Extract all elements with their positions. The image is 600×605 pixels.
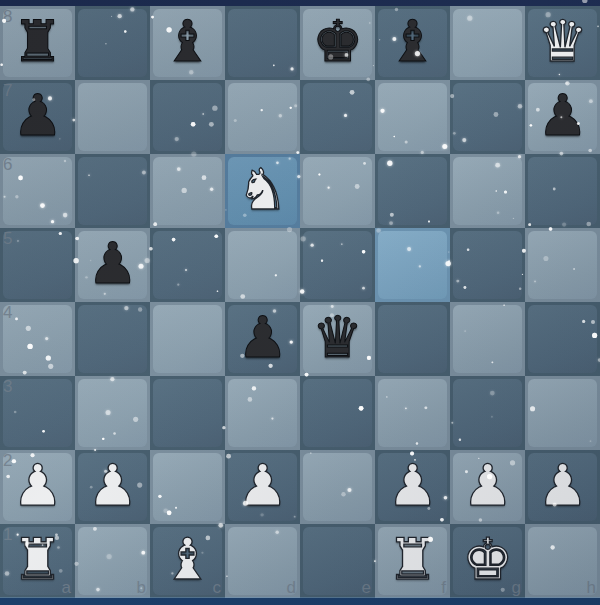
square-b3[interactable]: [75, 376, 150, 450]
file-label-e: e: [362, 578, 371, 598]
square-e8[interactable]: ♚: [300, 6, 375, 80]
square-c2[interactable]: [150, 450, 225, 524]
square-h6[interactable]: [525, 154, 600, 228]
square-f1[interactable]: f♜: [375, 524, 450, 598]
square-a7[interactable]: 7♟: [0, 80, 75, 154]
chess-app: 8♜♝♚♝♛7♟♟6♞5♟4♟♛32♟♟♟♟♟♟1a♜bc♝def♜g♚h: [0, 0, 600, 605]
rank-label-4: 4: [3, 303, 12, 323]
piece-white-queen[interactable]: ♛: [525, 4, 600, 78]
piece-white-pawn[interactable]: ♟: [0, 448, 75, 522]
square-c8[interactable]: ♝: [150, 6, 225, 80]
square-d5[interactable]: [225, 228, 300, 302]
bottom-bar: [0, 598, 600, 605]
square-a6[interactable]: 6: [0, 154, 75, 228]
square-c3[interactable]: [150, 376, 225, 450]
piece-black-pawn[interactable]: ♟: [0, 78, 75, 152]
square-e7[interactable]: [300, 80, 375, 154]
square-d6[interactable]: ♞: [225, 154, 300, 228]
square-b2[interactable]: ♟: [75, 450, 150, 524]
square-e2[interactable]: [300, 450, 375, 524]
square-a4[interactable]: 4: [0, 302, 75, 376]
square-c7[interactable]: [150, 80, 225, 154]
square-c5[interactable]: [150, 228, 225, 302]
square-b7[interactable]: [75, 80, 150, 154]
square-c4[interactable]: [150, 302, 225, 376]
square-f6[interactable]: [375, 154, 450, 228]
file-label-b: b: [137, 578, 146, 598]
square-h8[interactable]: ♛: [525, 6, 600, 80]
square-b6[interactable]: [75, 154, 150, 228]
square-f4[interactable]: [375, 302, 450, 376]
piece-white-pawn[interactable]: ♟: [225, 448, 300, 522]
square-a3[interactable]: 3: [0, 376, 75, 450]
file-label-d: d: [287, 578, 296, 598]
square-d3[interactable]: [225, 376, 300, 450]
rank-label-6: 6: [3, 155, 12, 175]
piece-black-bishop[interactable]: ♝: [375, 4, 450, 78]
square-e5[interactable]: [300, 228, 375, 302]
chess-board: 8♜♝♚♝♛7♟♟6♞5♟4♟♛32♟♟♟♟♟♟1a♜bc♝def♜g♚h: [0, 6, 600, 598]
square-b1[interactable]: b: [75, 524, 150, 598]
piece-white-pawn[interactable]: ♟: [75, 448, 150, 522]
rank-label-5: 5: [3, 229, 12, 249]
square-f5[interactable]: [375, 228, 450, 302]
square-g6[interactable]: [450, 154, 525, 228]
square-d4[interactable]: ♟: [225, 302, 300, 376]
piece-white-rook[interactable]: ♜: [375, 522, 450, 596]
square-b4[interactable]: [75, 302, 150, 376]
square-f3[interactable]: [375, 376, 450, 450]
piece-white-pawn[interactable]: ♟: [375, 448, 450, 522]
square-c6[interactable]: [150, 154, 225, 228]
square-g1[interactable]: g♚: [450, 524, 525, 598]
square-f2[interactable]: ♟: [375, 450, 450, 524]
square-e3[interactable]: [300, 376, 375, 450]
piece-white-bishop[interactable]: ♝: [150, 522, 225, 596]
piece-black-pawn[interactable]: ♟: [75, 226, 150, 300]
square-g4[interactable]: [450, 302, 525, 376]
piece-black-pawn[interactable]: ♟: [525, 78, 600, 152]
square-f7[interactable]: [375, 80, 450, 154]
square-g7[interactable]: [450, 80, 525, 154]
square-f8[interactable]: ♝: [375, 6, 450, 80]
square-g3[interactable]: [450, 376, 525, 450]
square-h7[interactable]: ♟: [525, 80, 600, 154]
piece-white-pawn[interactable]: ♟: [450, 448, 525, 522]
square-g8[interactable]: [450, 6, 525, 80]
square-a2[interactable]: 2♟: [0, 450, 75, 524]
square-c1[interactable]: c♝: [150, 524, 225, 598]
square-d2[interactable]: ♟: [225, 450, 300, 524]
piece-black-bishop[interactable]: ♝: [150, 4, 225, 78]
piece-white-pawn[interactable]: ♟: [525, 448, 600, 522]
square-h2[interactable]: ♟: [525, 450, 600, 524]
piece-black-pawn[interactable]: ♟: [225, 300, 300, 374]
square-e1[interactable]: e: [300, 524, 375, 598]
piece-white-knight[interactable]: ♞: [225, 152, 300, 226]
piece-white-rook[interactable]: ♜: [0, 522, 75, 596]
piece-white-king[interactable]: ♚: [450, 522, 525, 596]
file-label-h: h: [587, 578, 596, 598]
square-e6[interactable]: [300, 154, 375, 228]
square-a5[interactable]: 5: [0, 228, 75, 302]
square-h1[interactable]: h: [525, 524, 600, 598]
square-g5[interactable]: [450, 228, 525, 302]
square-h5[interactable]: [525, 228, 600, 302]
square-h3[interactable]: [525, 376, 600, 450]
square-d1[interactable]: d: [225, 524, 300, 598]
piece-black-king[interactable]: ♚: [300, 4, 375, 78]
square-a1[interactable]: 1a♜: [0, 524, 75, 598]
square-a8[interactable]: 8♜: [0, 6, 75, 80]
square-e4[interactable]: ♛: [300, 302, 375, 376]
square-d7[interactable]: [225, 80, 300, 154]
square-g2[interactable]: ♟: [450, 450, 525, 524]
rank-label-3: 3: [3, 377, 12, 397]
square-h4[interactable]: [525, 302, 600, 376]
piece-black-rook[interactable]: ♜: [0, 4, 75, 78]
piece-black-queen[interactable]: ♛: [300, 300, 375, 374]
square-d8[interactable]: [225, 6, 300, 80]
square-b5[interactable]: ♟: [75, 228, 150, 302]
square-b8[interactable]: [75, 6, 150, 80]
